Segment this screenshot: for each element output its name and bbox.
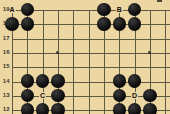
black-stone[interactable]: [113, 74, 127, 88]
board-point[interactable]: [96, 31, 111, 45]
board-point[interactable]: [96, 60, 111, 74]
point-label-B[interactable]: B: [116, 6, 123, 13]
row-label-14: 14: [0, 78, 10, 85]
point-label-D[interactable]: D: [131, 92, 138, 99]
board-point[interactable]: [158, 17, 170, 31]
board-point[interactable]: [112, 17, 127, 31]
board-point[interactable]: [112, 31, 127, 45]
board-point[interactable]: [35, 2, 50, 16]
black-stone[interactable]: [36, 74, 50, 88]
board-point[interactable]: [50, 60, 65, 74]
board-point[interactable]: [142, 17, 157, 31]
board-point[interactable]: [81, 17, 96, 31]
board-point[interactable]: [158, 45, 170, 59]
row-label-15: 15: [0, 63, 10, 70]
row-label-19: 19: [0, 6, 10, 13]
board-point[interactable]: [96, 88, 111, 102]
black-stone[interactable]: [51, 74, 65, 88]
board-point[interactable]: [66, 2, 81, 16]
board-point[interactable]: [96, 103, 111, 114]
row-label-17: 17: [0, 35, 10, 42]
board-point[interactable]: [50, 103, 65, 114]
cropped-column-label-fragment: [157, 0, 162, 2]
board-point[interactable]: [81, 103, 96, 114]
black-stone[interactable]: [21, 103, 35, 114]
board-point[interactable]: [127, 103, 142, 114]
black-stone[interactable]: [51, 89, 65, 103]
board-point[interactable]: [96, 17, 111, 31]
board-point[interactable]: [66, 31, 81, 45]
board-point[interactable]: [112, 88, 127, 102]
board-point[interactable]: [20, 88, 35, 102]
board-point[interactable]: [112, 74, 127, 88]
board-point[interactable]: [142, 31, 157, 45]
board-point[interactable]: [81, 31, 96, 45]
board-point[interactable]: [66, 88, 81, 102]
board-point[interactable]: [127, 31, 142, 45]
board-intersections: ABCD: [4, 2, 170, 114]
board-point[interactable]: [50, 31, 65, 45]
board-point[interactable]: [127, 45, 142, 59]
row-label-13: 13: [0, 92, 10, 99]
board-point[interactable]: [142, 103, 157, 114]
board-point[interactable]: [112, 103, 127, 114]
black-stone[interactable]: [21, 17, 35, 31]
board-point[interactable]: [81, 2, 96, 16]
board-point[interactable]: [127, 2, 142, 16]
board-point[interactable]: [81, 74, 96, 88]
board-point[interactable]: [142, 45, 157, 59]
board-point[interactable]: [35, 45, 50, 59]
board-point[interactable]: [20, 2, 35, 16]
board-point[interactable]: C: [35, 88, 50, 102]
black-stone[interactable]: [113, 103, 127, 114]
board-point[interactable]: [35, 31, 50, 45]
board-point[interactable]: [142, 88, 157, 102]
board-point[interactable]: [50, 45, 65, 59]
black-stone[interactable]: [113, 89, 127, 103]
board-point[interactable]: [20, 31, 35, 45]
black-stone[interactable]: [97, 17, 111, 31]
board-point[interactable]: [35, 60, 50, 74]
board-point[interactable]: [50, 74, 65, 88]
black-stone[interactable]: [128, 103, 142, 114]
row-label-18: 18: [0, 20, 10, 27]
board-point[interactable]: [127, 17, 142, 31]
board-point[interactable]: [50, 17, 65, 31]
black-stone[interactable]: [36, 103, 50, 114]
star-point: [148, 51, 151, 54]
board-point[interactable]: [20, 74, 35, 88]
board-point[interactable]: [127, 60, 142, 74]
board-point[interactable]: [81, 45, 96, 59]
board-point[interactable]: B: [112, 2, 127, 16]
board-point[interactable]: [20, 103, 35, 114]
board-point[interactable]: [50, 88, 65, 102]
board-point[interactable]: [142, 60, 157, 74]
black-stone[interactable]: [51, 103, 65, 114]
board-point[interactable]: [66, 17, 81, 31]
board-point[interactable]: [158, 2, 170, 16]
black-stone[interactable]: [21, 3, 35, 17]
row-label-12: 12: [0, 106, 10, 113]
board-point[interactable]: [96, 74, 111, 88]
board-point[interactable]: [142, 74, 157, 88]
board-point[interactable]: [35, 74, 50, 88]
board-point[interactable]: [127, 74, 142, 88]
black-stone[interactable]: [21, 74, 35, 88]
board-point[interactable]: [20, 60, 35, 74]
board-point[interactable]: [112, 45, 127, 59]
black-stone[interactable]: [128, 3, 142, 17]
board-point[interactable]: [158, 103, 170, 114]
board-point[interactable]: [81, 60, 96, 74]
black-stone[interactable]: [113, 17, 127, 31]
go-board: ABCD 1918171615141312: [0, 0, 170, 114]
point-label-C[interactable]: C: [39, 92, 46, 99]
board-point[interactable]: [66, 103, 81, 114]
black-stone[interactable]: [143, 103, 157, 114]
black-stone[interactable]: [97, 3, 111, 17]
board-point[interactable]: [50, 2, 65, 16]
board-point[interactable]: [20, 45, 35, 59]
board-point[interactable]: [20, 17, 35, 31]
board-point[interactable]: [35, 103, 50, 114]
board-point[interactable]: [66, 60, 81, 74]
black-stone[interactable]: [21, 89, 35, 103]
board-point[interactable]: [158, 88, 170, 102]
star-point: [56, 51, 59, 54]
board-point[interactable]: [158, 31, 170, 45]
board-point[interactable]: [66, 74, 81, 88]
board-point[interactable]: [158, 60, 170, 74]
board-point[interactable]: [81, 88, 96, 102]
board-point[interactable]: [158, 74, 170, 88]
board-point[interactable]: [142, 2, 157, 16]
board-point[interactable]: [96, 2, 111, 16]
board-point[interactable]: [66, 45, 81, 59]
black-stone[interactable]: [128, 74, 142, 88]
board-point[interactable]: [112, 60, 127, 74]
board-point[interactable]: [35, 17, 50, 31]
black-stone[interactable]: [128, 17, 142, 31]
row-label-16: 16: [0, 49, 10, 56]
board-point[interactable]: [96, 45, 111, 59]
black-stone[interactable]: [143, 89, 157, 103]
board-point[interactable]: D: [127, 88, 142, 102]
